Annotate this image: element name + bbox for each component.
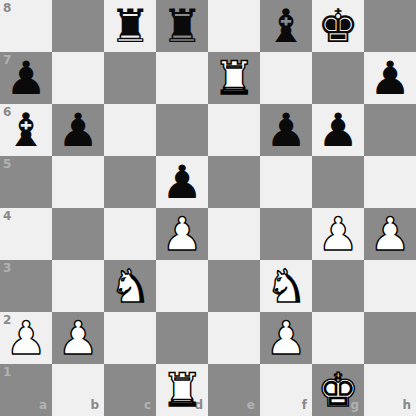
- square-g3[interactable]: [312, 260, 364, 312]
- square-b2[interactable]: ♟: [52, 312, 104, 364]
- square-c5[interactable]: [104, 156, 156, 208]
- piece-black-pawn[interactable]: ♟: [317, 104, 358, 156]
- square-e4[interactable]: [208, 208, 260, 260]
- square-d2[interactable]: [156, 312, 208, 364]
- file-label: e: [247, 399, 255, 411]
- square-h2[interactable]: [364, 312, 416, 364]
- square-h3[interactable]: [364, 260, 416, 312]
- square-a6[interactable]: 6♝: [0, 104, 52, 156]
- square-e5[interactable]: [208, 156, 260, 208]
- square-e3[interactable]: [208, 260, 260, 312]
- piece-white-knight[interactable]: ♞: [265, 260, 306, 312]
- square-b1[interactable]: b: [52, 364, 104, 416]
- square-d6[interactable]: [156, 104, 208, 156]
- square-b8[interactable]: [52, 0, 104, 52]
- square-c2[interactable]: [104, 312, 156, 364]
- square-d3[interactable]: [156, 260, 208, 312]
- square-h6[interactable]: [364, 104, 416, 156]
- piece-black-bishop[interactable]: ♝: [265, 0, 306, 52]
- square-a5[interactable]: 5: [0, 156, 52, 208]
- square-b3[interactable]: [52, 260, 104, 312]
- square-g4[interactable]: ♟: [312, 208, 364, 260]
- square-f7[interactable]: [260, 52, 312, 104]
- rank-label: 1: [3, 366, 11, 378]
- piece-white-pawn[interactable]: ♟: [5, 312, 46, 364]
- piece-white-pawn[interactable]: ♟: [369, 208, 410, 260]
- square-c8[interactable]: ♜: [104, 0, 156, 52]
- square-h8[interactable]: [364, 0, 416, 52]
- file-label: a: [39, 399, 47, 411]
- square-g2[interactable]: [312, 312, 364, 364]
- square-a2[interactable]: 2♟: [0, 312, 52, 364]
- piece-white-knight[interactable]: ♞: [109, 260, 150, 312]
- square-a1[interactable]: 1a: [0, 364, 52, 416]
- chess-board: 8♜♜♝♚7♟♜♟6♝♟♟♟5♟4♟♟♟3♞♞2♟♟♟1abcd♜efg♚h: [0, 0, 416, 416]
- piece-black-pawn[interactable]: ♟: [5, 52, 46, 104]
- square-e6[interactable]: [208, 104, 260, 156]
- square-g1[interactable]: g♚: [312, 364, 364, 416]
- piece-white-pawn[interactable]: ♟: [317, 208, 358, 260]
- file-label: h: [402, 399, 411, 411]
- square-h5[interactable]: [364, 156, 416, 208]
- piece-black-pawn[interactable]: ♟: [369, 52, 410, 104]
- square-e2[interactable]: [208, 312, 260, 364]
- piece-black-pawn[interactable]: ♟: [161, 156, 202, 208]
- piece-white-pawn[interactable]: ♟: [265, 312, 306, 364]
- piece-black-rook[interactable]: ♜: [161, 0, 202, 52]
- square-c1[interactable]: c: [104, 364, 156, 416]
- square-c3[interactable]: ♞: [104, 260, 156, 312]
- square-g6[interactable]: ♟: [312, 104, 364, 156]
- square-c7[interactable]: [104, 52, 156, 104]
- square-f6[interactable]: ♟: [260, 104, 312, 156]
- rank-label: 5: [3, 158, 11, 170]
- square-b7[interactable]: [52, 52, 104, 104]
- piece-black-pawn[interactable]: ♟: [57, 104, 98, 156]
- square-e1[interactable]: e: [208, 364, 260, 416]
- piece-black-king[interactable]: ♚: [317, 0, 358, 52]
- file-label: b: [90, 399, 99, 411]
- piece-white-pawn[interactable]: ♟: [57, 312, 98, 364]
- square-g5[interactable]: [312, 156, 364, 208]
- piece-white-king[interactable]: ♚: [317, 364, 358, 416]
- square-f5[interactable]: [260, 156, 312, 208]
- square-d5[interactable]: ♟: [156, 156, 208, 208]
- square-f3[interactable]: ♞: [260, 260, 312, 312]
- rank-label: 3: [3, 262, 11, 274]
- square-f4[interactable]: [260, 208, 312, 260]
- square-d1[interactable]: d♜: [156, 364, 208, 416]
- square-b5[interactable]: [52, 156, 104, 208]
- rank-label: 8: [3, 2, 11, 14]
- square-a4[interactable]: 4: [0, 208, 52, 260]
- piece-black-bishop[interactable]: ♝: [5, 104, 46, 156]
- square-f2[interactable]: ♟: [260, 312, 312, 364]
- file-label: f: [302, 399, 307, 411]
- square-e7[interactable]: ♜: [208, 52, 260, 104]
- square-a7[interactable]: 7♟: [0, 52, 52, 104]
- square-a8[interactable]: 8: [0, 0, 52, 52]
- piece-white-pawn[interactable]: ♟: [161, 208, 202, 260]
- square-h7[interactable]: ♟: [364, 52, 416, 104]
- square-d8[interactable]: ♜: [156, 0, 208, 52]
- square-g8[interactable]: ♚: [312, 0, 364, 52]
- square-e8[interactable]: [208, 0, 260, 52]
- square-d7[interactable]: [156, 52, 208, 104]
- square-b6[interactable]: ♟: [52, 104, 104, 156]
- square-h1[interactable]: h: [364, 364, 416, 416]
- rank-label: 4: [3, 210, 11, 222]
- square-f1[interactable]: f: [260, 364, 312, 416]
- piece-white-rook[interactable]: ♜: [161, 364, 202, 416]
- square-c4[interactable]: [104, 208, 156, 260]
- square-d4[interactable]: ♟: [156, 208, 208, 260]
- square-b4[interactable]: [52, 208, 104, 260]
- square-g7[interactable]: [312, 52, 364, 104]
- square-h4[interactable]: ♟: [364, 208, 416, 260]
- square-f8[interactable]: ♝: [260, 0, 312, 52]
- file-label: c: [144, 399, 151, 411]
- piece-black-rook[interactable]: ♜: [109, 0, 150, 52]
- piece-black-pawn[interactable]: ♟: [265, 104, 306, 156]
- square-c6[interactable]: [104, 104, 156, 156]
- piece-white-rook[interactable]: ♜: [213, 52, 254, 104]
- square-a3[interactable]: 3: [0, 260, 52, 312]
